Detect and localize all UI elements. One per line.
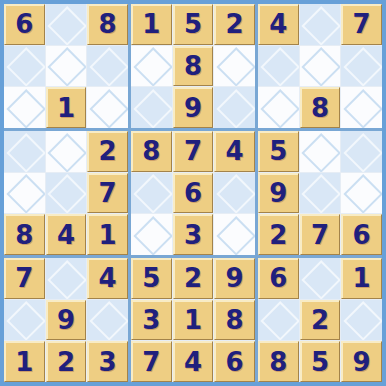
cell-r7c6: 9 bbox=[214, 258, 255, 299]
cell-r3c9[interactable] bbox=[341, 87, 382, 128]
cell-r1c6: 2 bbox=[214, 4, 255, 45]
cell-r6c3: 1 bbox=[87, 214, 128, 255]
cell-r6c6[interactable] bbox=[214, 214, 255, 255]
box-2-1: 27841 bbox=[4, 131, 128, 255]
cell-r9c6: 6 bbox=[214, 341, 255, 382]
box-3-3: 612859 bbox=[258, 258, 382, 382]
cell-r1c8[interactable] bbox=[300, 4, 341, 45]
cell-r5c6[interactable] bbox=[214, 173, 255, 214]
cell-r9c4: 7 bbox=[131, 341, 172, 382]
cell-r8c2: 9 bbox=[46, 300, 87, 341]
cell-r5c3: 7 bbox=[87, 173, 128, 214]
cell-r3c1[interactable] bbox=[4, 87, 45, 128]
box-3-1: 749123 bbox=[4, 258, 128, 382]
cell-r5c8[interactable] bbox=[300, 173, 341, 214]
cell-r7c8[interactable] bbox=[300, 258, 341, 299]
cell-r2c9[interactable] bbox=[341, 46, 382, 87]
cell-r2c3[interactable] bbox=[87, 46, 128, 87]
box-1-1: 681 bbox=[4, 4, 128, 128]
cell-r7c3: 4 bbox=[87, 258, 128, 299]
cell-r9c3: 3 bbox=[87, 341, 128, 382]
cell-r1c7: 4 bbox=[258, 4, 299, 45]
cell-r1c2[interactable] bbox=[46, 4, 87, 45]
cell-r1c1: 6 bbox=[4, 4, 45, 45]
cell-r6c5: 3 bbox=[173, 214, 214, 255]
cell-r4c3: 2 bbox=[87, 131, 128, 172]
cell-r8c9[interactable] bbox=[341, 300, 382, 341]
cell-r3c8: 8 bbox=[300, 87, 341, 128]
cell-r9c2: 2 bbox=[46, 341, 87, 382]
cell-r8c4: 3 bbox=[131, 300, 172, 341]
cell-r2c6[interactable] bbox=[214, 46, 255, 87]
cell-r7c7: 6 bbox=[258, 258, 299, 299]
cell-r7c4: 5 bbox=[131, 258, 172, 299]
cell-r6c4[interactable] bbox=[131, 214, 172, 255]
cell-r3c5: 9 bbox=[173, 87, 214, 128]
box-1-2: 15289 bbox=[131, 4, 255, 128]
cell-r4c4: 8 bbox=[131, 131, 172, 172]
cell-r5c7: 9 bbox=[258, 173, 299, 214]
cell-r3c2: 1 bbox=[46, 87, 87, 128]
cell-r9c5: 4 bbox=[173, 341, 214, 382]
cell-r5c4[interactable] bbox=[131, 173, 172, 214]
cell-r4c7: 5 bbox=[258, 131, 299, 172]
cell-r7c9: 1 bbox=[341, 258, 382, 299]
cell-r6c1: 8 bbox=[4, 214, 45, 255]
cell-r4c1[interactable] bbox=[4, 131, 45, 172]
cell-r4c5: 7 bbox=[173, 131, 214, 172]
cell-r6c9: 6 bbox=[341, 214, 382, 255]
cell-r3c6[interactable] bbox=[214, 87, 255, 128]
cell-r1c4: 1 bbox=[131, 4, 172, 45]
cell-r6c2: 4 bbox=[46, 214, 87, 255]
cell-r6c7: 2 bbox=[258, 214, 299, 255]
cell-r2c5: 8 bbox=[173, 46, 214, 87]
cell-r3c3[interactable] bbox=[87, 87, 128, 128]
cell-r3c7[interactable] bbox=[258, 87, 299, 128]
cell-r2c7[interactable] bbox=[258, 46, 299, 87]
cell-r5c2[interactable] bbox=[46, 173, 87, 214]
cell-r2c4[interactable] bbox=[131, 46, 172, 87]
cell-r6c8: 7 bbox=[300, 214, 341, 255]
cell-r4c9[interactable] bbox=[341, 131, 382, 172]
box-1-3: 478 bbox=[258, 4, 382, 128]
cell-r9c8: 5 bbox=[300, 341, 341, 382]
cell-r4c8[interactable] bbox=[300, 131, 341, 172]
cell-r4c2[interactable] bbox=[46, 131, 87, 172]
cell-r8c5: 1 bbox=[173, 300, 214, 341]
cell-r9c9: 9 bbox=[341, 341, 382, 382]
cell-r5c5: 6 bbox=[173, 173, 214, 214]
box-2-2: 87463 bbox=[131, 131, 255, 255]
box-2-3: 59276 bbox=[258, 131, 382, 255]
cell-r8c1[interactable] bbox=[4, 300, 45, 341]
cell-r1c3: 8 bbox=[87, 4, 128, 45]
cell-r9c7: 8 bbox=[258, 341, 299, 382]
cell-r8c3[interactable] bbox=[87, 300, 128, 341]
cell-r8c7[interactable] bbox=[258, 300, 299, 341]
cell-r2c2[interactable] bbox=[46, 46, 87, 87]
cell-r5c9[interactable] bbox=[341, 173, 382, 214]
cell-r8c6: 8 bbox=[214, 300, 255, 341]
cell-r2c1[interactable] bbox=[4, 46, 45, 87]
cell-r9c1: 1 bbox=[4, 341, 45, 382]
cell-r5c1[interactable] bbox=[4, 173, 45, 214]
cell-r1c9: 7 bbox=[341, 4, 382, 45]
cell-r4c6: 4 bbox=[214, 131, 255, 172]
cell-r1c5: 5 bbox=[173, 4, 214, 45]
cell-r7c2[interactable] bbox=[46, 258, 87, 299]
cell-r2c8[interactable] bbox=[300, 46, 341, 87]
cell-r7c5: 2 bbox=[173, 258, 214, 299]
sudoku-board: 6811528947827841874635927674912352931874… bbox=[0, 0, 386, 386]
cell-r7c1: 7 bbox=[4, 258, 45, 299]
cell-r8c8: 2 bbox=[300, 300, 341, 341]
box-3-2: 529318746 bbox=[131, 258, 255, 382]
cell-r3c4[interactable] bbox=[131, 87, 172, 128]
